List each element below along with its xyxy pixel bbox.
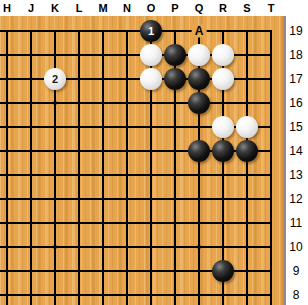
intersection-T14[interactable]	[259, 139, 283, 163]
intersection-R12[interactable]	[211, 187, 235, 211]
column-label-P: P	[163, 1, 187, 15]
intersection-J11[interactable]	[19, 211, 43, 235]
intersection-L17[interactable]	[67, 67, 91, 91]
intersection-H9[interactable]	[0, 259, 19, 283]
intersection-K19[interactable]	[43, 19, 67, 43]
row-label-9: 9	[286, 263, 306, 279]
intersection-J8[interactable]	[19, 283, 43, 305]
intersection-N16[interactable]	[115, 91, 139, 115]
column-label-S: S	[235, 1, 259, 15]
row-label-15: 15	[286, 119, 306, 135]
intersection-T16[interactable]	[259, 91, 283, 115]
intersection-O13[interactable]	[139, 163, 163, 187]
intersection-R10[interactable]	[211, 235, 235, 259]
intersection-R19[interactable]	[211, 19, 235, 43]
intersection-P17[interactable]	[163, 67, 187, 91]
intersection-H8[interactable]	[0, 283, 19, 305]
row-label-17: 17	[286, 71, 306, 87]
black-stone-Q16	[188, 92, 210, 114]
intersection-P16[interactable]	[163, 91, 187, 115]
intersection-S10[interactable]	[235, 235, 259, 259]
column-label-M: M	[91, 1, 115, 15]
intersection-K17[interactable]: 2	[43, 67, 67, 91]
intersection-J9[interactable]	[19, 259, 43, 283]
intersection-N14[interactable]	[115, 139, 139, 163]
go-board-diagram: HJKLMNOPQRST 1A2 1918171615141312111098	[0, 0, 308, 305]
intersection-N13[interactable]	[115, 163, 139, 187]
intersection-H10[interactable]	[0, 235, 19, 259]
intersection-T8[interactable]	[259, 283, 283, 305]
intersection-L9[interactable]	[67, 259, 91, 283]
intersection-J19[interactable]	[19, 19, 43, 43]
intersection-R13[interactable]	[211, 163, 235, 187]
intersection-P18[interactable]	[163, 43, 187, 67]
column-label-O: O	[139, 1, 163, 15]
intersection-Q10[interactable]	[187, 235, 211, 259]
column-label-L: L	[67, 1, 91, 15]
intersection-O8[interactable]	[139, 283, 163, 305]
intersection-P9[interactable]	[163, 259, 187, 283]
row-label-16: 16	[286, 95, 306, 111]
intersection-R8[interactable]	[211, 283, 235, 305]
intersection-N10[interactable]	[115, 235, 139, 259]
intersection-N8[interactable]	[115, 283, 139, 305]
intersection-Q18[interactable]	[187, 43, 211, 67]
intersection-S9[interactable]	[235, 259, 259, 283]
intersection-Q11[interactable]	[187, 211, 211, 235]
intersection-H12[interactable]	[0, 187, 19, 211]
intersection-M18[interactable]	[91, 43, 115, 67]
intersection-M17[interactable]	[91, 67, 115, 91]
column-label-Q: Q	[187, 1, 211, 15]
white-stone-K17: 2	[44, 68, 66, 90]
intersection-M13[interactable]	[91, 163, 115, 187]
intersection-S8[interactable]	[235, 283, 259, 305]
intersection-M19[interactable]	[91, 19, 115, 43]
black-stone-P18	[164, 44, 186, 66]
go-board: 1A2	[0, 16, 283, 305]
white-stone-O18	[140, 44, 162, 66]
intersection-K18[interactable]	[43, 43, 67, 67]
intersection-J14[interactable]	[19, 139, 43, 163]
intersection-M15[interactable]	[91, 115, 115, 139]
intersection-J15[interactable]	[19, 115, 43, 139]
intersection-R15[interactable]	[211, 115, 235, 139]
go-grid: 1A2	[0, 19, 283, 305]
intersection-O19[interactable]: 1	[139, 19, 163, 43]
intersection-R16[interactable]	[211, 91, 235, 115]
intersection-H13[interactable]	[0, 163, 19, 187]
intersection-T10[interactable]	[259, 235, 283, 259]
black-stone-S14	[236, 140, 258, 162]
intersection-T13[interactable]	[259, 163, 283, 187]
row-label-11: 11	[286, 215, 306, 231]
intersection-H17[interactable]	[0, 67, 19, 91]
intersection-Q17[interactable]	[187, 67, 211, 91]
row-label-8: 8	[286, 287, 306, 303]
intersection-O12[interactable]	[139, 187, 163, 211]
intersection-M12[interactable]	[91, 187, 115, 211]
intersection-K8[interactable]	[43, 283, 67, 305]
intersection-H19[interactable]	[0, 19, 19, 43]
intersection-Q8[interactable]	[187, 283, 211, 305]
intersection-Q19[interactable]: A	[187, 19, 211, 43]
intersection-H14[interactable]	[0, 139, 19, 163]
column-label-H: H	[0, 1, 19, 15]
intersection-L12[interactable]	[67, 187, 91, 211]
intersection-R14[interactable]	[211, 139, 235, 163]
annotation-Q19: A	[192, 25, 207, 38]
move-number: 2	[52, 73, 58, 85]
intersection-P15[interactable]	[163, 115, 187, 139]
intersection-L8[interactable]	[67, 283, 91, 305]
intersection-N15[interactable]	[115, 115, 139, 139]
intersection-S15[interactable]	[235, 115, 259, 139]
intersection-O10[interactable]	[139, 235, 163, 259]
intersection-N19[interactable]	[115, 19, 139, 43]
move-number: 1	[148, 25, 154, 37]
intersection-Q13[interactable]	[187, 163, 211, 187]
intersection-R18[interactable]	[211, 43, 235, 67]
intersection-H11[interactable]	[0, 211, 19, 235]
intersection-N18[interactable]	[115, 43, 139, 67]
intersection-O16[interactable]	[139, 91, 163, 115]
black-stone-R14	[212, 140, 234, 162]
intersection-Q15[interactable]	[187, 115, 211, 139]
intersection-L14[interactable]	[67, 139, 91, 163]
row-label-19: 19	[286, 23, 306, 39]
intersection-K13[interactable]	[43, 163, 67, 187]
intersection-O18[interactable]	[139, 43, 163, 67]
intersection-K12[interactable]	[43, 187, 67, 211]
row-label-12: 12	[286, 191, 306, 207]
intersection-J18[interactable]	[19, 43, 43, 67]
intersection-M8[interactable]	[91, 283, 115, 305]
intersection-L15[interactable]	[67, 115, 91, 139]
intersection-K10[interactable]	[43, 235, 67, 259]
intersection-O11[interactable]	[139, 211, 163, 235]
intersection-S17[interactable]	[235, 67, 259, 91]
row-label-13: 13	[286, 167, 306, 183]
intersection-T19[interactable]	[259, 19, 283, 43]
intersection-J17[interactable]	[19, 67, 43, 91]
intersection-S16[interactable]	[235, 91, 259, 115]
intersection-L13[interactable]	[67, 163, 91, 187]
intersection-Q9[interactable]	[187, 259, 211, 283]
intersection-L18[interactable]	[67, 43, 91, 67]
intersection-R11[interactable]	[211, 211, 235, 235]
white-stone-O17	[140, 68, 162, 90]
intersection-K15[interactable]	[43, 115, 67, 139]
star-point-K10	[53, 245, 57, 249]
intersection-R17[interactable]	[211, 67, 235, 91]
intersection-J16[interactable]	[19, 91, 43, 115]
intersection-S18[interactable]	[235, 43, 259, 67]
black-stone-R9	[212, 260, 234, 282]
white-stone-R17	[212, 68, 234, 90]
row-label-10: 10	[286, 239, 306, 255]
star-point-Q10	[197, 245, 201, 249]
intersection-N12[interactable]	[115, 187, 139, 211]
star-point-K16	[53, 101, 57, 105]
intersection-O15[interactable]	[139, 115, 163, 139]
intersection-L16[interactable]	[67, 91, 91, 115]
column-labels: HJKLMNOPQRST	[0, 0, 308, 16]
intersection-Q16[interactable]	[187, 91, 211, 115]
intersection-J12[interactable]	[19, 187, 43, 211]
intersection-M14[interactable]	[91, 139, 115, 163]
intersection-S19[interactable]	[235, 19, 259, 43]
column-label-R: R	[211, 1, 235, 15]
intersection-L19[interactable]	[67, 19, 91, 43]
intersection-L10[interactable]	[67, 235, 91, 259]
intersection-Q14[interactable]	[187, 139, 211, 163]
intersection-S14[interactable]	[235, 139, 259, 163]
intersection-M9[interactable]	[91, 259, 115, 283]
intersection-P11[interactable]	[163, 211, 187, 235]
intersection-H16[interactable]	[0, 91, 19, 115]
intersection-P8[interactable]	[163, 283, 187, 305]
row-labels: 1918171615141312111098	[286, 0, 308, 305]
intersection-H18[interactable]	[0, 43, 19, 67]
intersection-M11[interactable]	[91, 211, 115, 235]
white-stone-R18	[212, 44, 234, 66]
intersection-P19[interactable]	[163, 19, 187, 43]
intersection-N9[interactable]	[115, 259, 139, 283]
intersection-M16[interactable]	[91, 91, 115, 115]
intersection-P13[interactable]	[163, 163, 187, 187]
intersection-H15[interactable]	[0, 115, 19, 139]
white-stone-R15	[212, 116, 234, 138]
intersection-Q12[interactable]	[187, 187, 211, 211]
black-stone-O19: 1	[140, 20, 162, 42]
intersection-O14[interactable]	[139, 139, 163, 163]
intersection-O17[interactable]	[139, 67, 163, 91]
intersection-N17[interactable]	[115, 67, 139, 91]
black-stone-Q17	[188, 68, 210, 90]
intersection-P12[interactable]	[163, 187, 187, 211]
intersection-S13[interactable]	[235, 163, 259, 187]
intersection-N11[interactable]	[115, 211, 139, 235]
intersection-T17[interactable]	[259, 67, 283, 91]
intersection-J10[interactable]	[19, 235, 43, 259]
intersection-K9[interactable]	[43, 259, 67, 283]
intersection-T18[interactable]	[259, 43, 283, 67]
column-label-T: T	[259, 1, 283, 15]
column-label-K: K	[43, 1, 67, 15]
white-stone-Q18	[188, 44, 210, 66]
intersection-S12[interactable]	[235, 187, 259, 211]
intersection-L11[interactable]	[67, 211, 91, 235]
intersection-P14[interactable]	[163, 139, 187, 163]
row-label-14: 14	[286, 143, 306, 159]
row-label-18: 18	[286, 47, 306, 63]
intersection-O9[interactable]	[139, 259, 163, 283]
column-label-N: N	[115, 1, 139, 15]
black-stone-P17	[164, 68, 186, 90]
intersection-S11[interactable]	[235, 211, 259, 235]
intersection-T9[interactable]	[259, 259, 283, 283]
white-stone-S15	[236, 116, 258, 138]
intersection-P10[interactable]	[163, 235, 187, 259]
intersection-K11[interactable]	[43, 211, 67, 235]
intersection-K16[interactable]	[43, 91, 67, 115]
intersection-R9[interactable]	[211, 259, 235, 283]
intersection-J13[interactable]	[19, 163, 43, 187]
column-label-J: J	[19, 1, 43, 15]
intersection-T12[interactable]	[259, 187, 283, 211]
black-stone-Q14	[188, 140, 210, 162]
intersection-T15[interactable]	[259, 115, 283, 139]
intersection-T11[interactable]	[259, 211, 283, 235]
intersection-M10[interactable]	[91, 235, 115, 259]
intersection-K14[interactable]	[43, 139, 67, 163]
